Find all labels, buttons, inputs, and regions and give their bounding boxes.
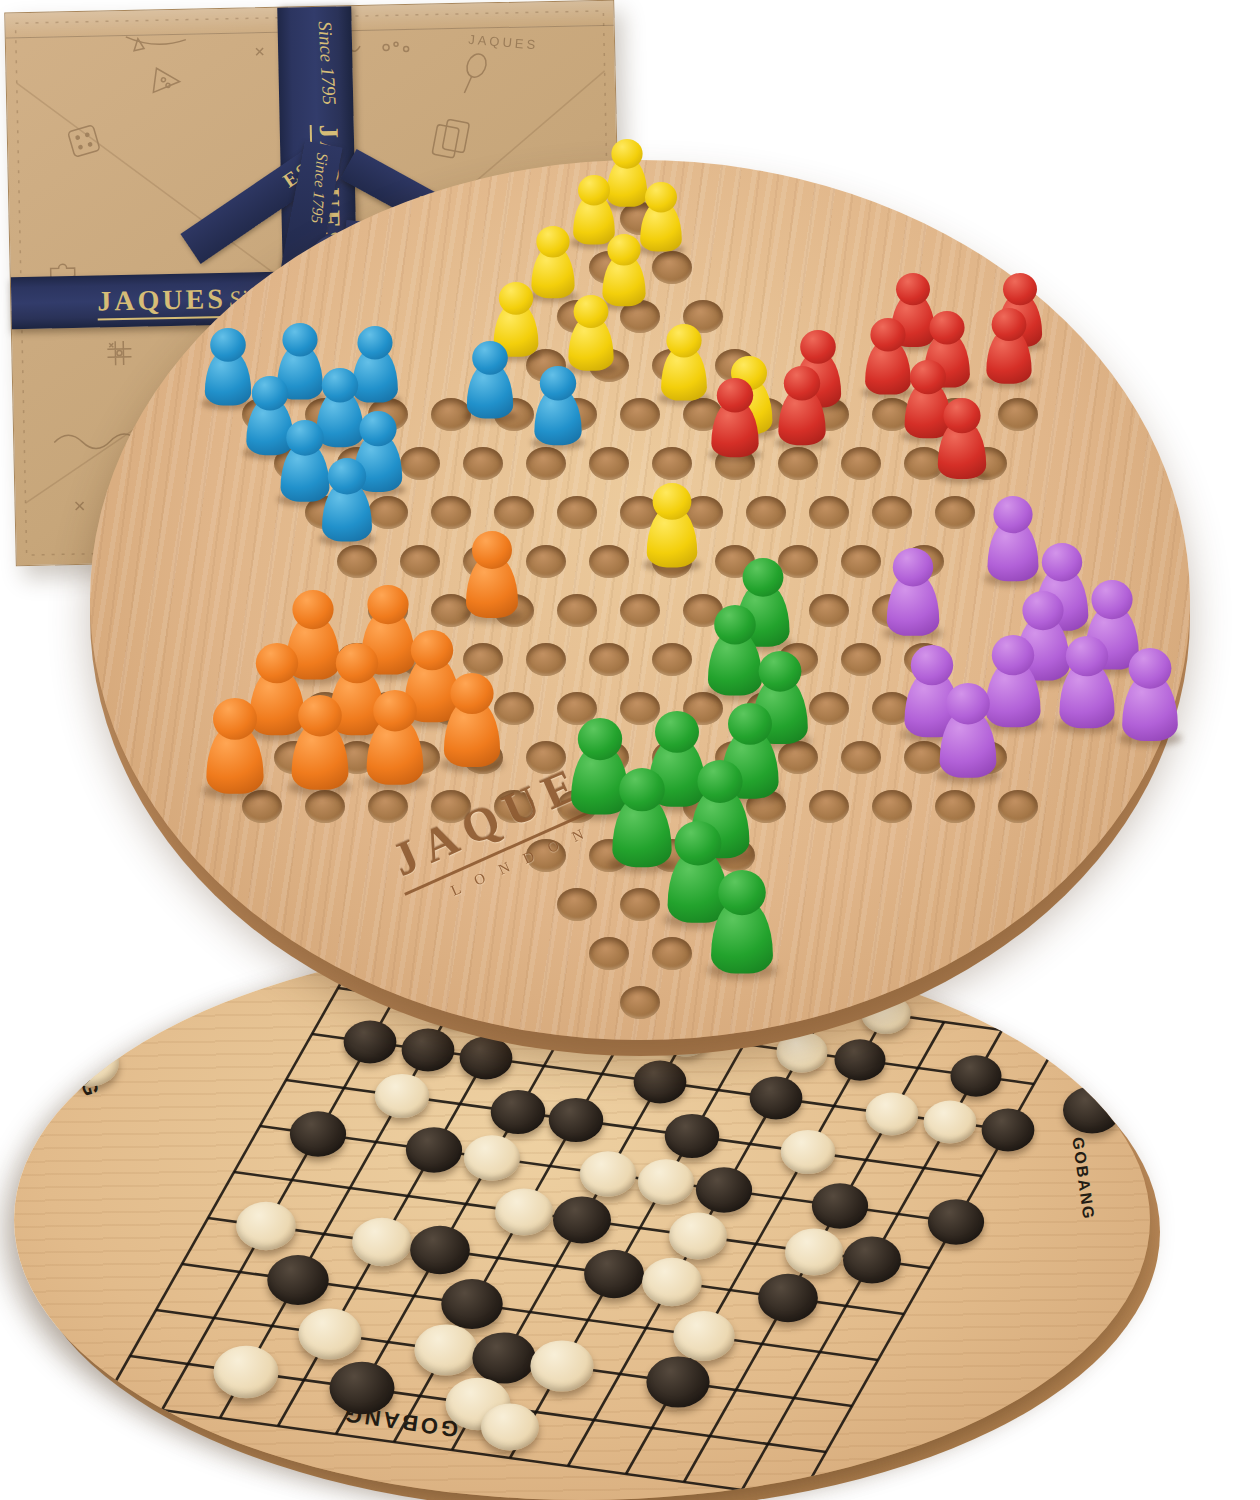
peg-orange[interactable] (205, 698, 264, 795)
peg-head (910, 645, 952, 685)
stone-white[interactable] (61, 1040, 119, 1087)
stone-black[interactable] (267, 1255, 328, 1305)
stone-black[interactable] (758, 1274, 818, 1322)
stone-black[interactable] (441, 1279, 502, 1329)
board-hole (526, 545, 566, 578)
peg-head (619, 768, 665, 811)
stone-white[interactable] (214, 1346, 279, 1399)
board-hole (841, 447, 881, 480)
stone-white[interactable] (298, 1308, 361, 1359)
product-photo: JAQUES Since 1795 JAQUES JAQUES Since 17… (0, 0, 1260, 1500)
peg-head (373, 690, 417, 731)
board-hole (809, 594, 849, 627)
stone-black[interactable] (982, 1109, 1035, 1152)
chinese-checkers-board: JAQUES LONDON (90, 160, 1190, 1040)
peg-head (472, 531, 512, 569)
board-hole (620, 986, 660, 1019)
board-hole (809, 790, 849, 823)
stone-black[interactable] (460, 1037, 513, 1080)
stone-black[interactable] (290, 1111, 346, 1157)
peg-head (645, 182, 677, 212)
board-hole (904, 741, 944, 774)
board-hole (872, 496, 912, 529)
stone-black[interactable] (410, 1226, 470, 1274)
board-hole (526, 447, 566, 480)
peg-red[interactable] (985, 308, 1032, 385)
stone-black[interactable] (750, 1077, 803, 1120)
board-hole (368, 790, 408, 823)
board-hole (998, 790, 1038, 823)
stone-white[interactable] (781, 1130, 836, 1174)
stone-black[interactable] (634, 1061, 687, 1104)
board-hole (935, 496, 975, 529)
stone-white[interactable] (924, 1101, 977, 1144)
peg-head (718, 870, 766, 915)
peg-head (728, 703, 772, 745)
peg-head (1065, 636, 1107, 676)
ribbon-brand-horizontal: JAQUES (97, 283, 226, 321)
peg-head (698, 760, 743, 803)
board-hole (998, 398, 1038, 431)
board-hole (494, 496, 534, 529)
stone-white[interactable] (464, 1135, 520, 1181)
peg-blue[interactable] (321, 458, 373, 542)
board-hole (589, 643, 629, 676)
board-hole (431, 496, 471, 529)
peg-head (991, 308, 1026, 341)
board-hole (841, 643, 881, 676)
peg-green[interactable] (611, 768, 673, 868)
board-hole (746, 496, 786, 529)
board-hole (337, 545, 377, 578)
peg-head (578, 175, 610, 205)
board-hole (935, 790, 975, 823)
stone-black[interactable] (472, 1332, 535, 1383)
peg-head (893, 548, 933, 586)
peg-head (293, 590, 334, 629)
peg-red[interactable] (937, 398, 987, 480)
stone-black[interactable] (406, 1127, 462, 1173)
board-hole (463, 447, 503, 480)
peg-head (498, 282, 532, 315)
peg-head (783, 366, 819, 401)
board-hole (620, 398, 660, 431)
peg-blue[interactable] (533, 366, 582, 446)
stone-black[interactable] (646, 1356, 709, 1407)
peg-head (993, 496, 1032, 533)
board-hole (652, 447, 692, 480)
board-hole (400, 545, 440, 578)
stone-black[interactable] (330, 1362, 395, 1415)
stone-black[interactable] (834, 1039, 885, 1080)
peg-head (450, 673, 493, 714)
stone-black[interactable] (402, 1029, 455, 1072)
peg-head (992, 635, 1034, 675)
stone-black[interactable] (950, 1055, 1001, 1096)
peg-head (256, 643, 298, 683)
stone-black[interactable] (553, 1197, 611, 1244)
peg-red[interactable] (710, 378, 759, 458)
board-hole (778, 447, 818, 480)
stone-black[interactable] (812, 1183, 868, 1229)
peg-head (716, 378, 752, 413)
peg-purple[interactable] (886, 548, 941, 637)
board-hole (809, 496, 849, 529)
peg-purple[interactable] (986, 496, 1039, 582)
stone-white[interactable] (414, 1324, 477, 1375)
stone-white[interactable] (580, 1151, 636, 1197)
peg-head (611, 139, 642, 169)
board-hole (809, 692, 849, 725)
board-hole (368, 496, 408, 529)
stone-black[interactable] (1063, 1087, 1121, 1134)
peg-head (578, 718, 622, 760)
peg-head (539, 366, 575, 401)
peg-head (286, 420, 324, 456)
peg-head (1022, 591, 1063, 630)
stone-black[interactable] (491, 1090, 546, 1134)
peg-head (607, 234, 640, 266)
ribbon-tagline-vertical: Since 1795 (314, 21, 341, 106)
stone-black[interactable] (549, 1098, 604, 1142)
stone-white[interactable] (530, 1340, 593, 1391)
stone-black[interactable] (344, 1021, 397, 1064)
peg-orange[interactable] (443, 673, 501, 768)
peg-orange[interactable] (365, 690, 424, 786)
board-hole (557, 888, 597, 921)
box-doodle-brand: JAQUES (468, 32, 539, 53)
stone-white[interactable] (481, 1404, 539, 1451)
peg-purple[interactable] (1058, 636, 1115, 729)
stone-white[interactable] (495, 1189, 553, 1236)
peg-blue[interactable] (466, 341, 514, 419)
board-hole (652, 937, 692, 970)
peg-head (298, 695, 342, 736)
peg-head (336, 643, 378, 683)
board-hole (526, 643, 566, 676)
peg-orange[interactable] (465, 531, 519, 619)
board-hole (620, 888, 660, 921)
stone-black[interactable] (665, 1114, 720, 1158)
peg-blue[interactable] (203, 328, 251, 406)
board-hole (841, 741, 881, 774)
peg-head (367, 585, 408, 624)
peg-head (870, 318, 905, 351)
stone-white[interactable] (669, 1213, 727, 1260)
board-hole (652, 643, 692, 676)
peg-purple[interactable] (1122, 648, 1180, 742)
peg-purple[interactable] (938, 683, 997, 779)
board-hole (557, 594, 597, 627)
stone-white[interactable] (375, 1074, 430, 1118)
peg-head (321, 368, 357, 403)
peg-head (758, 651, 801, 692)
peg-head (1003, 273, 1037, 305)
peg-head (929, 311, 964, 344)
peg-green[interactable] (710, 870, 774, 975)
peg-head (573, 295, 608, 328)
ribbon-tagline-tail: Since 1795 (307, 152, 331, 224)
board-hole (841, 545, 881, 578)
board-hole (589, 937, 629, 970)
board-hole (463, 643, 503, 676)
peg-red[interactable] (777, 366, 826, 446)
stone-white[interactable] (673, 1311, 734, 1361)
board-hole (620, 594, 660, 627)
board-hole (872, 790, 912, 823)
peg-yellow[interactable] (567, 295, 614, 372)
stone-black[interactable] (928, 1199, 984, 1245)
peg-yellow[interactable] (646, 483, 698, 568)
board-hole (557, 496, 597, 529)
board-hole (400, 447, 440, 480)
stone-white[interactable] (642, 1258, 702, 1306)
peg-yellow[interactable] (660, 324, 708, 401)
peg-head (946, 683, 990, 724)
stone-black[interactable] (843, 1237, 901, 1284)
stone-black[interactable] (584, 1250, 644, 1298)
peg-head (655, 711, 699, 753)
peg-head (210, 328, 246, 362)
peg-head (411, 630, 453, 670)
peg-head (652, 483, 691, 520)
stone-white[interactable] (866, 1093, 919, 1136)
stone-white[interactable] (236, 1202, 296, 1250)
board-hole (589, 447, 629, 480)
peg-orange[interactable] (290, 695, 349, 791)
stone-black[interactable] (696, 1167, 752, 1213)
peg-head (896, 273, 930, 305)
board-hole (589, 545, 629, 578)
stone-white[interactable] (785, 1229, 843, 1276)
stone-white[interactable] (352, 1218, 412, 1266)
peg-head (675, 821, 722, 865)
peg-head (536, 226, 569, 258)
peg-head (1091, 580, 1132, 619)
peg-head (357, 326, 392, 359)
stone-white[interactable] (638, 1159, 694, 1205)
peg-head (714, 605, 756, 645)
